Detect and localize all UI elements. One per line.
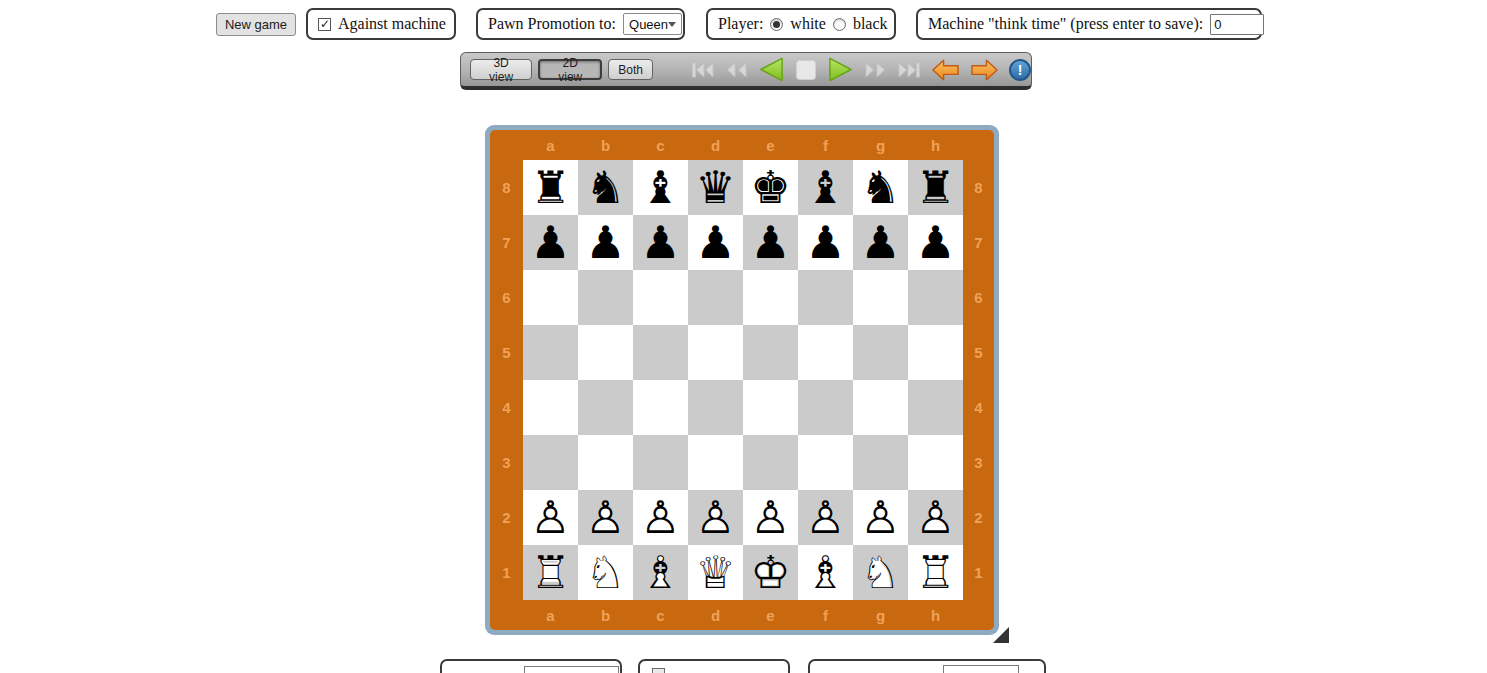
file-label-f-top: f — [798, 130, 853, 160]
rank-label-3-right: 3 — [963, 435, 994, 490]
skip-to-end-icon[interactable] — [897, 61, 921, 79]
pawn-promotion-panel: Pawn Promotion to: Queen — [476, 8, 685, 40]
square-d4[interactable] — [688, 380, 743, 435]
player-color-panel: Player: white black — [706, 8, 896, 40]
square-c4[interactable] — [633, 380, 688, 435]
player-black-label: black — [853, 15, 888, 33]
file-label-f-bottom: f — [798, 600, 853, 630]
piece-black-rook-a8[interactable]: ♜ — [523, 160, 578, 215]
piece-white-queen-d1[interactable]: ♛♕ — [688, 545, 743, 600]
piece-black-bishop-f8[interactable]: ♝ — [798, 160, 853, 215]
piece-white-king-e1[interactable]: ♚♔ — [743, 545, 798, 600]
square-g3[interactable] — [853, 435, 908, 490]
rank-label-8-right: 8 — [963, 160, 994, 215]
piece-white-pawn-c2[interactable]: ♟♙ — [633, 490, 688, 545]
rank-label-6-right: 6 — [963, 270, 994, 325]
square-g1[interactable]: ♞♘ — [853, 545, 908, 600]
playback-controls — [691, 56, 1031, 83]
board-resize-handle[interactable] — [993, 627, 1009, 643]
piece-white-pawn-a2[interactable]: ♟♙ — [523, 490, 578, 545]
square-c3[interactable] — [633, 435, 688, 490]
rank-label-8-left: 8 — [490, 160, 523, 215]
square-c7[interactable]: ♟ — [633, 215, 688, 270]
rank-label-2-left: 2 — [490, 490, 523, 545]
square-e1[interactable]: ♚♔ — [743, 545, 798, 600]
piece-black-pawn-e7[interactable]: ♟ — [743, 215, 798, 270]
square-d6[interactable] — [688, 270, 743, 325]
piece-black-king-e8[interactable]: ♚ — [743, 160, 798, 215]
square-f6[interactable] — [798, 270, 853, 325]
square-a2[interactable]: ♟♙ — [523, 490, 578, 545]
square-h4[interactable] — [908, 380, 963, 435]
piece-black-pawn-b7[interactable]: ♟ — [578, 215, 633, 270]
square-d5[interactable] — [688, 325, 743, 380]
bottom-panel-3 — [808, 659, 1046, 673]
step-forward-icon[interactable] — [827, 56, 854, 83]
square-e2[interactable]: ♟♙ — [743, 490, 798, 545]
square-h2[interactable]: ♟♙ — [908, 490, 963, 545]
square-g5[interactable] — [853, 325, 908, 380]
piece-white-pawn-d2[interactable]: ♟♙ — [688, 490, 743, 545]
think-time-panel: Machine "think time" (press enter to sav… — [916, 8, 1262, 40]
square-b8[interactable]: ♞ — [578, 160, 633, 215]
file-label-a-top: a — [523, 130, 578, 160]
square-b2[interactable]: ♟♙ — [578, 490, 633, 545]
file-label-d-top: d — [688, 130, 743, 160]
piece-black-pawn-d7[interactable]: ♟ — [688, 215, 743, 270]
think-time-label: Machine "think time" (press enter to sav… — [928, 15, 1203, 33]
against-machine-panel: Against machine — [306, 8, 456, 40]
rewind-icon[interactable] — [725, 61, 748, 79]
piece-white-pawn-g2[interactable]: ♟♙ — [853, 490, 908, 545]
square-e6[interactable] — [743, 270, 798, 325]
square-b5[interactable] — [578, 325, 633, 380]
square-d7[interactable]: ♟ — [688, 215, 743, 270]
file-label-h-top: h — [908, 130, 963, 160]
rank-label-7-right: 7 — [963, 215, 994, 270]
board-corner — [490, 130, 523, 160]
file-label-a-bottom: a — [523, 600, 578, 630]
square-b1[interactable]: ♞♘ — [578, 545, 633, 600]
square-e5[interactable] — [743, 325, 798, 380]
pawn-promotion-select[interactable]: Queen — [623, 13, 682, 35]
square-a6[interactable] — [523, 270, 578, 325]
square-g8[interactable]: ♞ — [853, 160, 908, 215]
square-g4[interactable] — [853, 380, 908, 435]
piece-black-pawn-a7[interactable]: ♟ — [523, 215, 578, 270]
player-label: Player: — [718, 15, 763, 33]
file-label-g-bottom: g — [853, 600, 908, 630]
square-f5[interactable] — [798, 325, 853, 380]
info-icon[interactable] — [1009, 59, 1031, 81]
chessboard-border: abcdefgh8♜♞♝♛♚♝♞♜87♟♟♟♟♟♟♟♟7665544332♟♙♟… — [490, 130, 994, 630]
skip-to-start-icon[interactable] — [691, 61, 715, 79]
square-g7[interactable]: ♟ — [853, 215, 908, 270]
piece-white-rook-h1[interactable]: ♜♖ — [908, 545, 963, 600]
undo-arrow-left-icon[interactable] — [931, 58, 960, 82]
view-toolbar: 3D view 2D view Both — [460, 52, 1032, 90]
pawn-promotion-label: Pawn Promotion to: — [488, 15, 616, 33]
square-f3[interactable] — [798, 435, 853, 490]
square-d1[interactable]: ♛♕ — [688, 545, 743, 600]
square-a7[interactable]: ♟ — [523, 215, 578, 270]
board-corner — [963, 130, 994, 160]
square-e7[interactable]: ♟ — [743, 215, 798, 270]
piece-black-pawn-h7[interactable]: ♟ — [908, 215, 963, 270]
board-grid: abcdefgh8♜♞♝♛♚♝♞♜87♟♟♟♟♟♟♟♟7665544332♟♙♟… — [490, 130, 994, 630]
against-machine-checkbox[interactable] — [318, 18, 331, 31]
player-black-radio[interactable] — [833, 18, 846, 31]
square-d3[interactable] — [688, 435, 743, 490]
square-f8[interactable]: ♝ — [798, 160, 853, 215]
square-d8[interactable]: ♛ — [688, 160, 743, 215]
piece-white-bishop-c1[interactable]: ♝♗ — [633, 545, 688, 600]
stop-icon[interactable] — [795, 59, 817, 81]
view-2d-button[interactable]: 2D view — [538, 59, 602, 80]
piece-white-pawn-e2[interactable]: ♟♙ — [743, 490, 798, 545]
square-h8[interactable]: ♜ — [908, 160, 963, 215]
square-h1[interactable]: ♜♖ — [908, 545, 963, 600]
piece-white-knight-b1[interactable]: ♞♘ — [578, 545, 633, 600]
rank-label-5-right: 5 — [963, 325, 994, 380]
square-f4[interactable] — [798, 380, 853, 435]
piece-white-pawn-h2[interactable]: ♟♙ — [908, 490, 963, 545]
square-h6[interactable] — [908, 270, 963, 325]
file-label-b-top: b — [578, 130, 633, 160]
chessboard-frame: abcdefgh8♜♞♝♛♚♝♞♜87♟♟♟♟♟♟♟♟7665544332♟♙♟… — [485, 125, 999, 635]
square-a3[interactable] — [523, 435, 578, 490]
file-label-c-bottom: c — [633, 600, 688, 630]
square-h7[interactable]: ♟ — [908, 215, 963, 270]
file-label-e-top: e — [743, 130, 798, 160]
piece-black-queen-d8[interactable]: ♛ — [688, 160, 743, 215]
bottom-panel-2 — [638, 659, 790, 673]
bottom-panel-1 — [440, 659, 622, 673]
square-b4[interactable] — [578, 380, 633, 435]
board-corner — [963, 600, 994, 630]
bottom-panel-3-input[interactable] — [943, 665, 1019, 673]
square-g2[interactable]: ♟♙ — [853, 490, 908, 545]
new-game-button[interactable]: New game — [216, 13, 296, 36]
bottom-panel-2-checkbox[interactable] — [652, 668, 665, 673]
square-b7[interactable]: ♟ — [578, 215, 633, 270]
board-corner — [490, 600, 523, 630]
fast-forward-icon[interactable] — [864, 61, 887, 79]
rank-label-2-right: 2 — [963, 490, 994, 545]
square-a4[interactable] — [523, 380, 578, 435]
square-h5[interactable] — [908, 325, 963, 380]
rank-label-1-right: 1 — [963, 545, 994, 600]
square-a5[interactable] — [523, 325, 578, 380]
chevron-down-icon — [668, 22, 676, 27]
rank-label-5-left: 5 — [490, 325, 523, 380]
rank-label-4-left: 4 — [490, 380, 523, 435]
piece-black-pawn-f7[interactable]: ♟ — [798, 215, 853, 270]
step-back-icon[interactable] — [758, 56, 785, 83]
view-3d-button[interactable]: 3D view — [470, 59, 532, 80]
square-f7[interactable]: ♟ — [798, 215, 853, 270]
square-g6[interactable] — [853, 270, 908, 325]
square-h3[interactable] — [908, 435, 963, 490]
square-a8[interactable]: ♜ — [523, 160, 578, 215]
player-white-radio[interactable] — [770, 18, 783, 31]
piece-black-pawn-c7[interactable]: ♟ — [633, 215, 688, 270]
think-time-input[interactable] — [1210, 14, 1264, 35]
piece-black-bishop-c8[interactable]: ♝ — [633, 160, 688, 215]
bottom-panel-1-select[interactable] — [524, 666, 619, 673]
file-label-e-bottom: e — [743, 600, 798, 630]
rank-label-1-left: 1 — [490, 545, 523, 600]
piece-white-knight-g1[interactable]: ♞♘ — [853, 545, 908, 600]
pawn-promotion-selected-value: Queen — [624, 17, 668, 32]
square-a1[interactable]: ♜♖ — [523, 545, 578, 600]
square-e4[interactable] — [743, 380, 798, 435]
square-d2[interactable]: ♟♙ — [688, 490, 743, 545]
file-label-c-top: c — [633, 130, 688, 160]
square-e8[interactable]: ♚ — [743, 160, 798, 215]
file-label-h-bottom: h — [908, 600, 963, 630]
piece-black-pawn-g7[interactable]: ♟ — [853, 215, 908, 270]
view-both-button[interactable]: Both — [608, 59, 653, 80]
rank-label-7-left: 7 — [490, 215, 523, 270]
piece-white-rook-a1[interactable]: ♜♖ — [523, 545, 578, 600]
rank-label-6-left: 6 — [490, 270, 523, 325]
square-e3[interactable] — [743, 435, 798, 490]
file-label-b-bottom: b — [578, 600, 633, 630]
square-c1[interactable]: ♝♗ — [633, 545, 688, 600]
piece-black-knight-b8[interactable]: ♞ — [578, 160, 633, 215]
piece-white-pawn-f2[interactable]: ♟♙ — [798, 490, 853, 545]
piece-black-knight-g8[interactable]: ♞ — [853, 160, 908, 215]
square-c5[interactable] — [633, 325, 688, 380]
piece-white-pawn-b2[interactable]: ♟♙ — [578, 490, 633, 545]
square-b6[interactable] — [578, 270, 633, 325]
square-c2[interactable]: ♟♙ — [633, 490, 688, 545]
piece-white-bishop-f1[interactable]: ♝♗ — [798, 545, 853, 600]
redo-arrow-right-icon[interactable] — [970, 58, 999, 82]
file-label-g-top: g — [853, 130, 908, 160]
piece-black-rook-h8[interactable]: ♜ — [908, 160, 963, 215]
rank-label-4-right: 4 — [963, 380, 994, 435]
square-f1[interactable]: ♝♗ — [798, 545, 853, 600]
against-machine-label: Against machine — [338, 15, 446, 33]
square-c6[interactable] — [633, 270, 688, 325]
file-label-d-bottom: d — [688, 600, 743, 630]
square-f2[interactable]: ♟♙ — [798, 490, 853, 545]
square-c8[interactable]: ♝ — [633, 160, 688, 215]
rank-label-3-left: 3 — [490, 435, 523, 490]
player-white-label: white — [790, 15, 826, 33]
square-b3[interactable] — [578, 435, 633, 490]
